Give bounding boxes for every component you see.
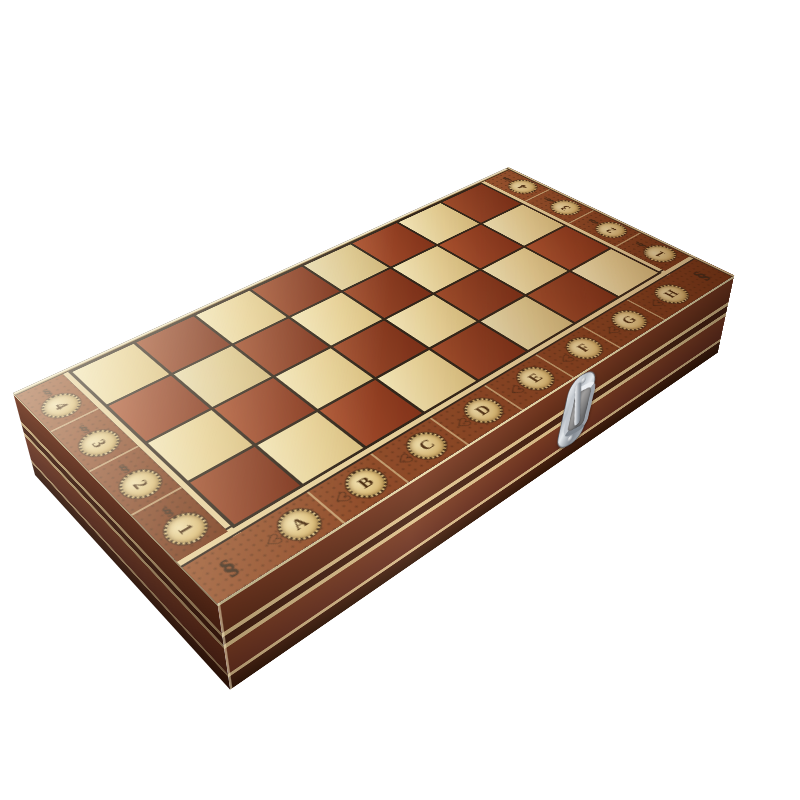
file-glyph: G <box>619 314 640 326</box>
file-glyph: E <box>525 371 546 384</box>
file-glyph: F <box>574 342 594 354</box>
file-glyph: D <box>472 403 494 418</box>
rank-left-glyph: 4 <box>50 400 71 412</box>
rank-right-glyph: 3 <box>558 204 573 211</box>
file-glyph: H <box>661 288 682 299</box>
rank-left-glyph: 3 <box>88 437 110 450</box>
rank-left-glyph: 1 <box>173 521 196 537</box>
product-photo-stage: §4§3§2§1 §4§3§2§1 § ♡A♡B♡C♡D♡E♡F♡G♡H § <box>0 0 800 800</box>
file-glyph: A <box>287 514 312 533</box>
heart-ornament: ♡ <box>450 416 473 431</box>
scroll-ornament: § <box>634 241 648 248</box>
heart-ornament: ♡ <box>392 451 416 468</box>
perspective-scene: §4§3§2§1 §4§3§2§1 § ♡A♡B♡C♡D♡E♡F♡G♡H § <box>0 0 800 800</box>
file-glyph: C <box>415 437 438 453</box>
rank-right-glyph: 1 <box>652 250 667 258</box>
file-glyph: B <box>354 474 377 491</box>
rank-right-glyph: 2 <box>603 226 618 234</box>
rank-left-glyph: 2 <box>129 477 152 492</box>
chess-box: §4§3§2§1 §4§3§2§1 § ♡A♡B♡C♡D♡E♡F♡G♡H § <box>13 167 734 603</box>
rank-right-glyph: 4 <box>515 183 529 190</box>
